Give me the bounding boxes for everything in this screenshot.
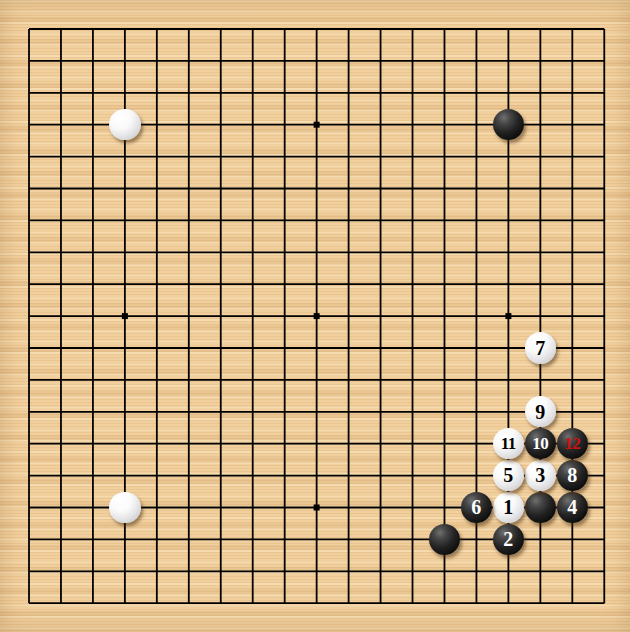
move-number-3: 3 xyxy=(535,465,545,485)
stone-white-R5: 3 xyxy=(525,460,556,491)
move-number-7: 7 xyxy=(535,338,545,358)
stone-white-Q6: 11 xyxy=(493,428,524,459)
stone-white-R7: 9 xyxy=(525,396,556,427)
stone-white-Q5: 5 xyxy=(493,460,524,491)
stone-white-D4 xyxy=(109,492,140,523)
stone-black-Q16 xyxy=(493,109,524,140)
stone-white-Q4: 1 xyxy=(493,492,524,523)
move-number-9: 9 xyxy=(535,402,545,422)
stone-black-S5: 8 xyxy=(557,460,588,491)
stone-black-Q3: 2 xyxy=(493,524,524,555)
go-board[interactable]: 123456789101112 xyxy=(13,13,620,619)
move-number-12: 12 xyxy=(564,435,580,452)
stone-white-D16 xyxy=(109,109,140,140)
stone-white-R9: 7 xyxy=(525,332,556,363)
move-number-11: 11 xyxy=(501,435,516,452)
stone-black-S4: 4 xyxy=(557,492,588,523)
move-number-4: 4 xyxy=(567,497,577,517)
goban-wood-background: 123456789101112 xyxy=(0,0,630,632)
move-number-8: 8 xyxy=(567,465,577,485)
stone-black-R6: 10 xyxy=(525,428,556,459)
move-number-1: 1 xyxy=(503,497,513,517)
move-number-10: 10 xyxy=(532,435,548,452)
move-number-5: 5 xyxy=(503,465,513,485)
stone-black-O3 xyxy=(429,524,460,555)
stone-black-R4 xyxy=(525,492,556,523)
move-number-2: 2 xyxy=(503,529,513,549)
move-number-6: 6 xyxy=(471,497,481,517)
stone-black-S6: 12 xyxy=(557,428,588,459)
stone-black-P4: 6 xyxy=(461,492,492,523)
